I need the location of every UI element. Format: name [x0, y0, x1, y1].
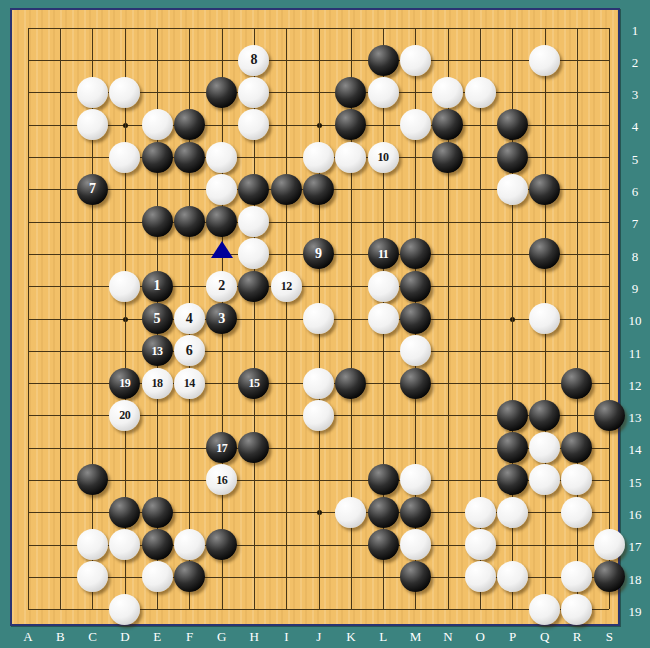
intersection-J11[interactable] — [302, 335, 334, 367]
intersection-Q18[interactable] — [528, 561, 560, 593]
intersection-I4[interactable] — [270, 109, 302, 141]
intersection-P5[interactable] — [496, 141, 528, 173]
intersection-F18[interactable] — [173, 561, 205, 593]
intersection-G12[interactable] — [205, 367, 237, 399]
intersection-C13[interactable] — [76, 399, 108, 431]
intersection-A4[interactable] — [12, 109, 44, 141]
intersection-B3[interactable] — [44, 76, 76, 108]
intersection-O3[interactable] — [464, 76, 496, 108]
intersection-K12[interactable] — [335, 367, 367, 399]
intersection-P10[interactable] — [496, 302, 528, 334]
intersection-E18[interactable] — [141, 561, 173, 593]
intersection-K14[interactable] — [335, 432, 367, 464]
intersection-A10[interactable] — [12, 302, 44, 334]
intersection-L2[interactable] — [367, 44, 399, 76]
intersection-C10[interactable] — [76, 302, 108, 334]
intersection-E9[interactable]: 1 — [141, 270, 173, 302]
intersection-O11[interactable] — [464, 335, 496, 367]
intersection-H12[interactable]: 15 — [238, 367, 270, 399]
intersection-Q12[interactable] — [528, 367, 560, 399]
intersection-O13[interactable] — [464, 399, 496, 431]
intersection-S12[interactable] — [593, 367, 625, 399]
intersection-C4[interactable] — [76, 109, 108, 141]
intersection-D15[interactable] — [109, 464, 141, 496]
intersection-D9[interactable] — [109, 270, 141, 302]
intersection-G2[interactable] — [205, 44, 237, 76]
intersection-I18[interactable] — [270, 561, 302, 593]
intersection-A14[interactable] — [12, 432, 44, 464]
intersection-K7[interactable] — [335, 205, 367, 237]
intersection-M1[interactable] — [399, 12, 431, 44]
intersection-K6[interactable] — [335, 173, 367, 205]
intersection-N19[interactable] — [432, 593, 464, 625]
intersection-C15[interactable] — [76, 464, 108, 496]
intersection-M7[interactable] — [399, 205, 431, 237]
intersection-M15[interactable] — [399, 464, 431, 496]
intersection-I11[interactable] — [270, 335, 302, 367]
intersection-J4[interactable] — [302, 109, 334, 141]
intersection-R10[interactable] — [561, 302, 593, 334]
intersection-I19[interactable] — [270, 593, 302, 625]
intersection-S19[interactable] — [593, 593, 625, 625]
intersection-R11[interactable] — [561, 335, 593, 367]
intersection-P3[interactable] — [496, 76, 528, 108]
intersection-A16[interactable] — [12, 496, 44, 528]
intersection-C8[interactable] — [76, 238, 108, 270]
intersection-O2[interactable] — [464, 44, 496, 76]
intersection-Q2[interactable] — [528, 44, 560, 76]
intersection-H1[interactable] — [238, 12, 270, 44]
intersection-B19[interactable] — [44, 593, 76, 625]
intersection-C3[interactable] — [76, 76, 108, 108]
intersection-K8[interactable] — [335, 238, 367, 270]
intersection-Q9[interactable] — [528, 270, 560, 302]
intersection-G5[interactable] — [205, 141, 237, 173]
intersection-P2[interactable] — [496, 44, 528, 76]
intersection-L17[interactable] — [367, 528, 399, 560]
intersection-E19[interactable] — [141, 593, 173, 625]
intersection-S7[interactable] — [593, 205, 625, 237]
intersection-H15[interactable] — [238, 464, 270, 496]
intersection-C1[interactable] — [76, 12, 108, 44]
intersection-O4[interactable] — [464, 109, 496, 141]
intersection-Q14[interactable] — [528, 432, 560, 464]
intersection-N16[interactable] — [432, 496, 464, 528]
intersection-R18[interactable] — [561, 561, 593, 593]
intersection-L14[interactable] — [367, 432, 399, 464]
intersection-K18[interactable] — [335, 561, 367, 593]
intersection-K11[interactable] — [335, 335, 367, 367]
intersection-R19[interactable] — [561, 593, 593, 625]
intersection-M2[interactable] — [399, 44, 431, 76]
intersection-N11[interactable] — [432, 335, 464, 367]
intersection-A19[interactable] — [12, 593, 44, 625]
intersection-F6[interactable] — [173, 173, 205, 205]
intersection-G19[interactable] — [205, 593, 237, 625]
intersection-P12[interactable] — [496, 367, 528, 399]
intersection-I13[interactable] — [270, 399, 302, 431]
intersection-M5[interactable] — [399, 141, 431, 173]
intersection-F9[interactable] — [173, 270, 205, 302]
intersection-A17[interactable] — [12, 528, 44, 560]
intersection-G9[interactable]: 2 — [205, 270, 237, 302]
intersection-F10[interactable]: 4 — [173, 302, 205, 334]
intersection-B2[interactable] — [44, 44, 76, 76]
intersection-Q5[interactable] — [528, 141, 560, 173]
intersection-P16[interactable] — [496, 496, 528, 528]
intersection-D4[interactable] — [109, 109, 141, 141]
intersection-F1[interactable] — [173, 12, 205, 44]
intersection-A13[interactable] — [12, 399, 44, 431]
intersection-N14[interactable] — [432, 432, 464, 464]
intersection-H16[interactable] — [238, 496, 270, 528]
intersection-N10[interactable] — [432, 302, 464, 334]
intersection-J1[interactable] — [302, 12, 334, 44]
intersection-D17[interactable] — [109, 528, 141, 560]
intersection-B8[interactable] — [44, 238, 76, 270]
intersection-G6[interactable] — [205, 173, 237, 205]
intersection-G15[interactable]: 16 — [205, 464, 237, 496]
intersection-A18[interactable] — [12, 561, 44, 593]
intersection-J18[interactable] — [302, 561, 334, 593]
intersection-F8[interactable] — [173, 238, 205, 270]
intersection-J6[interactable] — [302, 173, 334, 205]
intersection-G14[interactable]: 17 — [205, 432, 237, 464]
intersection-I3[interactable] — [270, 76, 302, 108]
intersection-R3[interactable] — [561, 76, 593, 108]
intersection-E4[interactable] — [141, 109, 173, 141]
intersection-E15[interactable] — [141, 464, 173, 496]
intersection-I6[interactable] — [270, 173, 302, 205]
intersection-H11[interactable] — [238, 335, 270, 367]
intersection-J10[interactable] — [302, 302, 334, 334]
intersection-B13[interactable] — [44, 399, 76, 431]
intersection-H13[interactable] — [238, 399, 270, 431]
intersection-J3[interactable] — [302, 76, 334, 108]
intersection-P9[interactable] — [496, 270, 528, 302]
intersection-H17[interactable] — [238, 528, 270, 560]
intersection-J14[interactable] — [302, 432, 334, 464]
intersection-K10[interactable] — [335, 302, 367, 334]
intersection-D12[interactable]: 19 — [109, 367, 141, 399]
intersection-P4[interactable] — [496, 109, 528, 141]
intersection-R1[interactable] — [561, 12, 593, 44]
intersection-Q8[interactable] — [528, 238, 560, 270]
intersection-E11[interactable]: 13 — [141, 335, 173, 367]
intersection-M16[interactable] — [399, 496, 431, 528]
intersection-K3[interactable] — [335, 76, 367, 108]
intersection-Q11[interactable] — [528, 335, 560, 367]
intersection-J19[interactable] — [302, 593, 334, 625]
intersection-H7[interactable] — [238, 205, 270, 237]
intersection-O14[interactable] — [464, 432, 496, 464]
intersection-M8[interactable] — [399, 238, 431, 270]
intersection-O7[interactable] — [464, 205, 496, 237]
intersection-H8[interactable] — [238, 238, 270, 270]
intersection-D1[interactable] — [109, 12, 141, 44]
intersection-S18[interactable] — [593, 561, 625, 593]
intersection-R9[interactable] — [561, 270, 593, 302]
intersection-M3[interactable] — [399, 76, 431, 108]
intersection-E12[interactable]: 18 — [141, 367, 173, 399]
intersection-S3[interactable] — [593, 76, 625, 108]
intersection-B18[interactable] — [44, 561, 76, 593]
intersection-B9[interactable] — [44, 270, 76, 302]
intersection-F4[interactable] — [173, 109, 205, 141]
intersection-D2[interactable] — [109, 44, 141, 76]
intersection-B16[interactable] — [44, 496, 76, 528]
intersection-G10[interactable]: 3 — [205, 302, 237, 334]
intersection-C7[interactable] — [76, 205, 108, 237]
intersection-I12[interactable] — [270, 367, 302, 399]
intersection-I15[interactable] — [270, 464, 302, 496]
intersection-Q19[interactable] — [528, 593, 560, 625]
intersection-H5[interactable] — [238, 141, 270, 173]
intersection-I16[interactable] — [270, 496, 302, 528]
intersection-O19[interactable] — [464, 593, 496, 625]
intersection-F15[interactable] — [173, 464, 205, 496]
intersection-M6[interactable] — [399, 173, 431, 205]
intersection-L5[interactable]: 10 — [367, 141, 399, 173]
intersection-O18[interactable] — [464, 561, 496, 593]
intersection-E16[interactable] — [141, 496, 173, 528]
intersection-I9[interactable]: 12 — [270, 270, 302, 302]
intersection-B7[interactable] — [44, 205, 76, 237]
intersection-R2[interactable] — [561, 44, 593, 76]
intersection-Q6[interactable] — [528, 173, 560, 205]
intersection-L12[interactable] — [367, 367, 399, 399]
intersection-N5[interactable] — [432, 141, 464, 173]
intersection-K4[interactable] — [335, 109, 367, 141]
intersection-C9[interactable] — [76, 270, 108, 302]
intersection-Q16[interactable] — [528, 496, 560, 528]
intersection-E3[interactable] — [141, 76, 173, 108]
intersection-R12[interactable] — [561, 367, 593, 399]
intersection-C19[interactable] — [76, 593, 108, 625]
intersection-Q7[interactable] — [528, 205, 560, 237]
intersection-F5[interactable] — [173, 141, 205, 173]
intersection-D3[interactable] — [109, 76, 141, 108]
intersection-F16[interactable] — [173, 496, 205, 528]
intersection-E10[interactable]: 5 — [141, 302, 173, 334]
intersection-G1[interactable] — [205, 12, 237, 44]
intersection-E17[interactable] — [141, 528, 173, 560]
intersection-M12[interactable] — [399, 367, 431, 399]
intersection-L19[interactable] — [367, 593, 399, 625]
intersection-Q4[interactable] — [528, 109, 560, 141]
intersection-H3[interactable] — [238, 76, 270, 108]
intersection-D11[interactable] — [109, 335, 141, 367]
intersection-M14[interactable] — [399, 432, 431, 464]
intersection-B12[interactable] — [44, 367, 76, 399]
intersection-A12[interactable] — [12, 367, 44, 399]
intersection-J15[interactable] — [302, 464, 334, 496]
intersection-S4[interactable] — [593, 109, 625, 141]
intersection-F19[interactable] — [173, 593, 205, 625]
intersection-F7[interactable] — [173, 205, 205, 237]
intersection-D6[interactable] — [109, 173, 141, 205]
intersection-O6[interactable] — [464, 173, 496, 205]
intersection-A1[interactable] — [12, 12, 44, 44]
intersection-R5[interactable] — [561, 141, 593, 173]
intersection-N17[interactable] — [432, 528, 464, 560]
intersection-I5[interactable] — [270, 141, 302, 173]
intersection-D14[interactable] — [109, 432, 141, 464]
intersection-N15[interactable] — [432, 464, 464, 496]
intersection-P11[interactable] — [496, 335, 528, 367]
intersection-M19[interactable] — [399, 593, 431, 625]
intersection-I17[interactable] — [270, 528, 302, 560]
intersection-K13[interactable] — [335, 399, 367, 431]
intersection-L6[interactable] — [367, 173, 399, 205]
intersection-F13[interactable] — [173, 399, 205, 431]
intersection-D8[interactable] — [109, 238, 141, 270]
intersection-N18[interactable] — [432, 561, 464, 593]
intersection-D7[interactable] — [109, 205, 141, 237]
intersection-O10[interactable] — [464, 302, 496, 334]
intersection-P13[interactable] — [496, 399, 528, 431]
intersection-J2[interactable] — [302, 44, 334, 76]
intersection-P1[interactable] — [496, 12, 528, 44]
intersection-G3[interactable] — [205, 76, 237, 108]
intersection-A8[interactable] — [12, 238, 44, 270]
intersection-S15[interactable] — [593, 464, 625, 496]
intersection-G7[interactable] — [205, 205, 237, 237]
intersection-A2[interactable] — [12, 44, 44, 76]
intersection-P7[interactable] — [496, 205, 528, 237]
intersection-E14[interactable] — [141, 432, 173, 464]
intersection-M17[interactable] — [399, 528, 431, 560]
intersection-A6[interactable] — [12, 173, 44, 205]
intersection-K17[interactable] — [335, 528, 367, 560]
intersection-D16[interactable] — [109, 496, 141, 528]
intersection-O8[interactable] — [464, 238, 496, 270]
intersection-C16[interactable] — [76, 496, 108, 528]
intersection-Q3[interactable] — [528, 76, 560, 108]
intersection-S6[interactable] — [593, 173, 625, 205]
intersection-S10[interactable] — [593, 302, 625, 334]
intersection-S5[interactable] — [593, 141, 625, 173]
intersection-S9[interactable] — [593, 270, 625, 302]
intersection-B4[interactable] — [44, 109, 76, 141]
intersection-D10[interactable] — [109, 302, 141, 334]
intersection-N12[interactable] — [432, 367, 464, 399]
intersection-S14[interactable] — [593, 432, 625, 464]
intersection-K5[interactable] — [335, 141, 367, 173]
intersection-S17[interactable] — [593, 528, 625, 560]
intersection-O12[interactable] — [464, 367, 496, 399]
intersection-P15[interactable] — [496, 464, 528, 496]
intersection-K15[interactable] — [335, 464, 367, 496]
intersection-P18[interactable] — [496, 561, 528, 593]
intersection-L4[interactable] — [367, 109, 399, 141]
intersection-N9[interactable] — [432, 270, 464, 302]
intersection-C18[interactable] — [76, 561, 108, 593]
intersection-D13[interactable]: 20 — [109, 399, 141, 431]
intersection-M4[interactable] — [399, 109, 431, 141]
intersection-R8[interactable] — [561, 238, 593, 270]
intersection-S11[interactable] — [593, 335, 625, 367]
intersection-E6[interactable] — [141, 173, 173, 205]
intersection-F11[interactable]: 6 — [173, 335, 205, 367]
intersection-K19[interactable] — [335, 593, 367, 625]
intersection-L3[interactable] — [367, 76, 399, 108]
intersection-B15[interactable] — [44, 464, 76, 496]
intersection-A7[interactable] — [12, 205, 44, 237]
intersection-N8[interactable] — [432, 238, 464, 270]
intersection-A3[interactable] — [12, 76, 44, 108]
intersection-R13[interactable] — [561, 399, 593, 431]
intersection-H2[interactable]: 8 — [238, 44, 270, 76]
intersection-L13[interactable] — [367, 399, 399, 431]
intersection-F12[interactable]: 14 — [173, 367, 205, 399]
intersection-L15[interactable] — [367, 464, 399, 496]
intersection-N2[interactable] — [432, 44, 464, 76]
intersection-D19[interactable] — [109, 593, 141, 625]
intersection-K1[interactable] — [335, 12, 367, 44]
intersection-R6[interactable] — [561, 173, 593, 205]
intersection-G13[interactable] — [205, 399, 237, 431]
intersection-R16[interactable] — [561, 496, 593, 528]
intersection-R15[interactable] — [561, 464, 593, 496]
intersection-L1[interactable] — [367, 12, 399, 44]
intersection-K9[interactable] — [335, 270, 367, 302]
intersection-B17[interactable] — [44, 528, 76, 560]
intersection-I1[interactable] — [270, 12, 302, 44]
intersection-F2[interactable] — [173, 44, 205, 76]
intersection-S2[interactable] — [593, 44, 625, 76]
intersection-S16[interactable] — [593, 496, 625, 528]
intersection-G4[interactable] — [205, 109, 237, 141]
intersection-N3[interactable] — [432, 76, 464, 108]
intersection-C5[interactable] — [76, 141, 108, 173]
intersection-B5[interactable] — [44, 141, 76, 173]
intersection-J13[interactable] — [302, 399, 334, 431]
intersection-H14[interactable] — [238, 432, 270, 464]
intersection-M13[interactable] — [399, 399, 431, 431]
intersection-E13[interactable] — [141, 399, 173, 431]
intersection-I2[interactable] — [270, 44, 302, 76]
intersection-P14[interactable] — [496, 432, 528, 464]
intersection-N6[interactable] — [432, 173, 464, 205]
intersection-A15[interactable] — [12, 464, 44, 496]
intersection-A9[interactable] — [12, 270, 44, 302]
intersection-L7[interactable] — [367, 205, 399, 237]
intersection-E8[interactable] — [141, 238, 173, 270]
intersection-R14[interactable] — [561, 432, 593, 464]
intersection-N4[interactable] — [432, 109, 464, 141]
intersection-K16[interactable] — [335, 496, 367, 528]
intersection-I10[interactable] — [270, 302, 302, 334]
intersection-N7[interactable] — [432, 205, 464, 237]
intersection-I14[interactable] — [270, 432, 302, 464]
intersection-Q17[interactable] — [528, 528, 560, 560]
intersection-E2[interactable] — [141, 44, 173, 76]
intersection-R4[interactable] — [561, 109, 593, 141]
intersection-C6[interactable]: 7 — [76, 173, 108, 205]
intersection-O9[interactable] — [464, 270, 496, 302]
intersection-C12[interactable] — [76, 367, 108, 399]
intersection-G11[interactable] — [205, 335, 237, 367]
intersection-C11[interactable] — [76, 335, 108, 367]
intersection-J7[interactable] — [302, 205, 334, 237]
intersection-H19[interactable] — [238, 593, 270, 625]
intersection-P6[interactable] — [496, 173, 528, 205]
intersection-H10[interactable] — [238, 302, 270, 334]
intersection-M11[interactable] — [399, 335, 431, 367]
intersection-H4[interactable] — [238, 109, 270, 141]
intersection-G18[interactable] — [205, 561, 237, 593]
